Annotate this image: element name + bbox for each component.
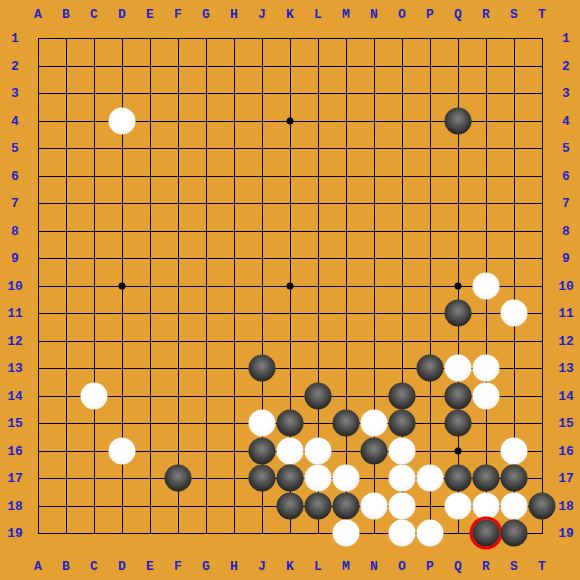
black-stone-q14[interactable]: [445, 382, 472, 409]
row-label-16-right: 16: [558, 444, 574, 457]
star-point-q10: [455, 282, 462, 289]
column-label-s-bottom: S: [510, 560, 518, 573]
column-label-r-bottom: R: [482, 560, 490, 573]
column-label-h-bottom: H: [230, 560, 238, 573]
column-label-f-top: F: [174, 8, 182, 21]
column-label-n-bottom: N: [370, 560, 378, 573]
white-stone-d16[interactable]: [109, 437, 136, 464]
column-label-l-bottom: L: [314, 560, 322, 573]
column-label-k-top: K: [286, 8, 294, 21]
white-stone-s16[interactable]: [501, 437, 528, 464]
row-label-14-left: 14: [7, 389, 23, 402]
white-stone-q13[interactable]: [445, 355, 472, 382]
white-stone-s11[interactable]: [501, 300, 528, 327]
grid-line-col-b: [66, 38, 67, 534]
black-stone-m18[interactable]: [333, 492, 360, 519]
black-stone-p13[interactable]: [417, 355, 444, 382]
column-label-p-top: P: [426, 8, 434, 21]
column-label-d-bottom: D: [118, 560, 126, 573]
column-label-n-top: N: [370, 8, 378, 21]
black-stone-j13[interactable]: [249, 355, 276, 382]
column-label-e-top: E: [146, 8, 154, 21]
column-label-o-bottom: O: [398, 560, 406, 573]
black-stone-l18[interactable]: [305, 492, 332, 519]
row-label-2-right: 2: [562, 59, 570, 72]
white-stone-o18[interactable]: [389, 492, 416, 519]
white-stone-l17[interactable]: [305, 465, 332, 492]
star-point-k10: [287, 282, 294, 289]
column-label-m-bottom: M: [342, 560, 350, 573]
row-label-3-left: 3: [11, 87, 19, 100]
black-stone-k18[interactable]: [277, 492, 304, 519]
white-stone-r14[interactable]: [473, 382, 500, 409]
column-label-g-top: G: [202, 8, 210, 21]
white-stone-m17[interactable]: [333, 465, 360, 492]
black-stone-s19[interactable]: [501, 520, 528, 547]
white-stone-l16[interactable]: [305, 437, 332, 464]
column-label-q-top: Q: [454, 8, 462, 21]
row-label-9-right: 9: [562, 252, 570, 265]
black-stone-k17[interactable]: [277, 465, 304, 492]
white-stone-s18[interactable]: [501, 492, 528, 519]
column-label-h-top: H: [230, 8, 238, 21]
grid-line-col-t: [542, 38, 543, 534]
row-label-1-right: 1: [562, 32, 570, 45]
row-label-3-right: 3: [562, 87, 570, 100]
black-stone-l14[interactable]: [305, 382, 332, 409]
column-label-r-top: R: [482, 8, 490, 21]
row-label-5-left: 5: [11, 142, 19, 155]
row-label-9-left: 9: [11, 252, 19, 265]
star-point-d10: [119, 282, 126, 289]
white-stone-o19[interactable]: [389, 520, 416, 547]
column-label-b-top: B: [62, 8, 70, 21]
row-label-10-left: 10: [7, 279, 23, 292]
black-stone-k15[interactable]: [277, 410, 304, 437]
column-label-m-top: M: [342, 8, 350, 21]
row-label-12-left: 12: [7, 334, 23, 347]
white-stone-p19[interactable]: [417, 520, 444, 547]
white-stone-o17[interactable]: [389, 465, 416, 492]
column-label-d-top: D: [118, 8, 126, 21]
column-label-t-bottom: T: [538, 560, 546, 573]
row-label-4-right: 4: [562, 114, 570, 127]
column-label-f-bottom: F: [174, 560, 182, 573]
row-label-19-left: 19: [7, 527, 23, 540]
black-stone-q17[interactable]: [445, 465, 472, 492]
black-stone-o15[interactable]: [389, 410, 416, 437]
row-label-5-right: 5: [562, 142, 570, 155]
grid-line-col-h: [234, 38, 235, 534]
column-label-s-top: S: [510, 8, 518, 21]
row-label-13-left: 13: [7, 362, 23, 375]
row-label-14-right: 14: [558, 389, 574, 402]
row-label-10-right: 10: [558, 279, 574, 292]
grid-line-col-c: [94, 38, 95, 534]
row-label-15-left: 15: [7, 417, 23, 430]
column-label-t-top: T: [538, 8, 546, 21]
row-label-11-left: 11: [7, 307, 23, 320]
column-label-q-bottom: Q: [454, 560, 462, 573]
column-label-j-bottom: J: [258, 560, 266, 573]
black-stone-q4[interactable]: [445, 107, 472, 134]
column-label-a-top: A: [34, 8, 42, 21]
white-stone-o16[interactable]: [389, 437, 416, 464]
row-label-17-left: 17: [7, 472, 23, 485]
black-stone-m15[interactable]: [333, 410, 360, 437]
column-label-p-bottom: P: [426, 560, 434, 573]
row-label-13-right: 13: [558, 362, 574, 375]
star-point-k4: [287, 117, 294, 124]
black-stone-f17[interactable]: [165, 465, 192, 492]
row-label-11-right: 11: [558, 307, 574, 320]
white-stone-c14[interactable]: [81, 382, 108, 409]
column-label-c-bottom: C: [90, 560, 98, 573]
black-stone-q15[interactable]: [445, 410, 472, 437]
black-stone-j17[interactable]: [249, 465, 276, 492]
black-stone-s17[interactable]: [501, 465, 528, 492]
black-stone-j16[interactable]: [249, 437, 276, 464]
white-stone-r10[interactable]: [473, 272, 500, 299]
row-label-2-left: 2: [11, 59, 19, 72]
row-label-8-left: 8: [11, 224, 19, 237]
star-point-q16: [455, 447, 462, 454]
column-label-o-top: O: [398, 8, 406, 21]
column-label-e-bottom: E: [146, 560, 154, 573]
column-label-b-bottom: B: [62, 560, 70, 573]
white-stone-m19[interactable]: [333, 520, 360, 547]
white-stone-n18[interactable]: [361, 492, 388, 519]
white-stone-r13[interactable]: [473, 355, 500, 382]
row-label-1-left: 1: [11, 32, 19, 45]
row-label-19-right: 19: [558, 527, 574, 540]
row-label-6-left: 6: [11, 169, 19, 182]
white-stone-k16[interactable]: [277, 437, 304, 464]
grid-line-col-p: [430, 38, 431, 534]
row-label-7-right: 7: [562, 197, 570, 210]
row-label-4-left: 4: [11, 114, 19, 127]
column-label-k-bottom: K: [286, 560, 294, 573]
row-label-15-right: 15: [558, 417, 574, 430]
white-stone-p17[interactable]: [417, 465, 444, 492]
black-stone-t18[interactable]: [529, 492, 556, 519]
last-move-black-stone-r19[interactable]: [473, 520, 500, 547]
row-label-12-right: 12: [558, 334, 574, 347]
column-label-g-bottom: G: [202, 560, 210, 573]
grid-line-col-m: [346, 38, 347, 534]
white-stone-d4[interactable]: [109, 107, 136, 134]
column-label-c-top: C: [90, 8, 98, 21]
white-stone-r18[interactable]: [473, 492, 500, 519]
row-label-6-right: 6: [562, 169, 570, 182]
column-label-a-bottom: A: [34, 560, 42, 573]
row-label-17-right: 17: [558, 472, 574, 485]
row-label-8-right: 8: [562, 224, 570, 237]
grid-line-col-e: [150, 38, 151, 534]
black-stone-r17[interactable]: [473, 465, 500, 492]
column-label-j-top: J: [258, 8, 266, 21]
black-stone-n16[interactable]: [361, 437, 388, 464]
white-stone-n15[interactable]: [361, 410, 388, 437]
row-label-18-left: 18: [7, 499, 23, 512]
row-label-16-left: 16: [7, 444, 23, 457]
black-stone-q11[interactable]: [445, 300, 472, 327]
grid-line-col-g: [206, 38, 207, 534]
go-board[interactable]: ABCDEFGHJKLMNOPQRST ABCDEFGHJKLMNOPQRST …: [0, 0, 580, 580]
grid-line-col-a: [38, 38, 39, 534]
row-label-18-right: 18: [558, 499, 574, 512]
column-label-l-top: L: [314, 8, 322, 21]
white-stone-q18[interactable]: [445, 492, 472, 519]
white-stone-j15[interactable]: [249, 410, 276, 437]
row-label-7-left: 7: [11, 197, 19, 210]
black-stone-o14[interactable]: [389, 382, 416, 409]
grid-line-col-f: [178, 38, 179, 534]
